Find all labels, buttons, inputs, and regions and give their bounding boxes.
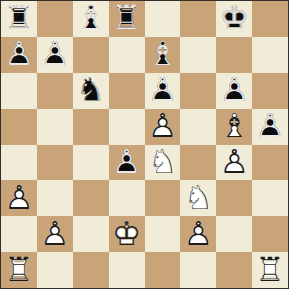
square-a2[interactable]: [1, 216, 37, 252]
pawn-glyph-outline: ♙: [145, 73, 181, 109]
square-g4[interactable]: ♟♙: [216, 145, 252, 181]
square-h3[interactable]: [252, 180, 288, 216]
bishop-glyph-outline: ♗: [145, 37, 181, 73]
white-rook-h1[interactable]: ♜♖: [252, 252, 288, 288]
square-e1[interactable]: [145, 252, 181, 288]
square-g5[interactable]: ♝♗: [216, 109, 252, 145]
square-a5[interactable]: [1, 109, 37, 145]
square-g8[interactable]: ♚♔: [216, 1, 252, 37]
square-g3[interactable]: [216, 180, 252, 216]
black-king-g8[interactable]: ♚♔: [216, 1, 252, 37]
square-b5[interactable]: [37, 109, 73, 145]
pawn-glyph-outline: ♙: [216, 73, 252, 109]
white-king-d2[interactable]: ♚♔: [109, 216, 145, 252]
square-g6[interactable]: ♟♙: [216, 73, 252, 109]
square-f7[interactable]: [180, 37, 216, 73]
pawn-glyph-outline: ♙: [37, 37, 73, 73]
black-knight-c6[interactable]: ♞♘: [73, 73, 109, 109]
square-e8[interactable]: [145, 1, 181, 37]
square-c2[interactable]: [73, 216, 109, 252]
rook-glyph-outline: ♖: [109, 1, 145, 37]
square-f1[interactable]: [180, 252, 216, 288]
square-b7[interactable]: ♟♙: [37, 37, 73, 73]
square-e6[interactable]: ♟♙: [145, 73, 181, 109]
white-bishop-g5[interactable]: ♝♗: [216, 109, 252, 145]
square-b2[interactable]: ♟♙: [37, 216, 73, 252]
square-a3[interactable]: ♟♙: [1, 180, 37, 216]
pawn-glyph-outline: ♙: [180, 216, 216, 252]
square-e3[interactable]: [145, 180, 181, 216]
square-g1[interactable]: [216, 252, 252, 288]
square-f4[interactable]: [180, 145, 216, 181]
black-pawn-d4[interactable]: ♟♙: [109, 145, 145, 181]
black-pawn-b7[interactable]: ♟♙: [37, 37, 73, 73]
square-c6[interactable]: ♞♘: [73, 73, 109, 109]
square-g7[interactable]: [216, 37, 252, 73]
black-rook-d8[interactable]: ♜♖: [109, 1, 145, 37]
square-f6[interactable]: [180, 73, 216, 109]
square-d2[interactable]: ♚♔: [109, 216, 145, 252]
rook-glyph-outline: ♖: [1, 252, 37, 288]
square-a6[interactable]: [1, 73, 37, 109]
square-f2[interactable]: ♟♙: [180, 216, 216, 252]
bishop-glyph-outline: ♗: [216, 109, 252, 145]
pawn-glyph-outline: ♙: [1, 37, 37, 73]
white-knight-e4[interactable]: ♞♘: [145, 145, 181, 181]
bishop-glyph-outline: ♗: [73, 1, 109, 37]
square-h7[interactable]: [252, 37, 288, 73]
chess-app: ♜♖♝♗♜♖♚♔♟♙♟♙♝♗♞♘♟♙♟♙♟♙♝♗♟♙♟♙♞♘♟♙♟♙♞♘♟♙♚♔…: [0, 0, 289, 289]
black-pawn-a7[interactable]: ♟♙: [1, 37, 37, 73]
square-h6[interactable]: [252, 73, 288, 109]
square-b4[interactable]: [37, 145, 73, 181]
square-c3[interactable]: [73, 180, 109, 216]
square-a1[interactable]: ♜♖: [1, 252, 37, 288]
black-pawn-e6[interactable]: ♟♙: [145, 73, 181, 109]
square-c8[interactable]: ♝♗: [73, 1, 109, 37]
white-pawn-f2[interactable]: ♟♙: [180, 216, 216, 252]
white-pawn-b2[interactable]: ♟♙: [37, 216, 73, 252]
square-d1[interactable]: [109, 252, 145, 288]
square-e2[interactable]: [145, 216, 181, 252]
black-bishop-e7[interactable]: ♝♗: [145, 37, 181, 73]
square-d6[interactable]: [109, 73, 145, 109]
white-pawn-g4[interactable]: ♟♙: [216, 145, 252, 181]
square-e4[interactable]: ♞♘: [145, 145, 181, 181]
square-d8[interactable]: ♜♖: [109, 1, 145, 37]
white-knight-f3[interactable]: ♞♘: [180, 180, 216, 216]
pawn-glyph-outline: ♙: [216, 145, 252, 181]
black-pawn-g6[interactable]: ♟♙: [216, 73, 252, 109]
rook-glyph-outline: ♖: [252, 252, 288, 288]
square-d3[interactable]: [109, 180, 145, 216]
chess-board: ♜♖♝♗♜♖♚♔♟♙♟♙♝♗♞♘♟♙♟♙♟♙♝♗♟♙♟♙♞♘♟♙♟♙♞♘♟♙♚♔…: [0, 0, 289, 289]
square-f8[interactable]: [180, 1, 216, 37]
square-d7[interactable]: [109, 37, 145, 73]
pawn-glyph-outline: ♙: [109, 145, 145, 181]
pawn-glyph-outline: ♙: [1, 180, 37, 216]
square-a7[interactable]: ♟♙: [1, 37, 37, 73]
knight-glyph-outline: ♘: [145, 145, 181, 181]
square-h8[interactable]: [252, 1, 288, 37]
black-pawn-h5[interactable]: ♟♙: [252, 109, 288, 145]
rook-glyph-outline: ♖: [1, 1, 37, 37]
square-h5[interactable]: ♟♙: [252, 109, 288, 145]
square-g2[interactable]: [216, 216, 252, 252]
square-f5[interactable]: [180, 109, 216, 145]
square-h4[interactable]: [252, 145, 288, 181]
pawn-glyph-outline: ♙: [252, 109, 288, 145]
white-pawn-e5[interactable]: ♟♙: [145, 109, 181, 145]
square-c1[interactable]: [73, 252, 109, 288]
square-c4[interactable]: [73, 145, 109, 181]
square-b3[interactable]: [37, 180, 73, 216]
square-e5[interactable]: ♟♙: [145, 109, 181, 145]
square-c7[interactable]: [73, 37, 109, 73]
pawn-glyph-outline: ♙: [37, 216, 73, 252]
square-a4[interactable]: [1, 145, 37, 181]
square-b1[interactable]: [37, 252, 73, 288]
white-pawn-a3[interactable]: ♟♙: [1, 180, 37, 216]
square-b6[interactable]: [37, 73, 73, 109]
square-c5[interactable]: [73, 109, 109, 145]
king-glyph-outline: ♔: [109, 216, 145, 252]
square-e7[interactable]: ♝♗: [145, 37, 181, 73]
knight-glyph-outline: ♘: [73, 73, 109, 109]
pawn-glyph-outline: ♙: [145, 109, 181, 145]
king-glyph-outline: ♔: [216, 1, 252, 37]
square-d4[interactable]: ♟♙: [109, 145, 145, 181]
square-h1[interactable]: ♜♖: [252, 252, 288, 288]
black-rook-a8[interactable]: ♜♖: [1, 1, 37, 37]
square-d5[interactable]: [109, 109, 145, 145]
knight-glyph-outline: ♘: [180, 180, 216, 216]
black-bishop-c8[interactable]: ♝♗: [73, 1, 109, 37]
square-f3[interactable]: ♞♘: [180, 180, 216, 216]
square-a8[interactable]: ♜♖: [1, 1, 37, 37]
white-rook-a1[interactable]: ♜♖: [1, 252, 37, 288]
square-h2[interactable]: [252, 216, 288, 252]
square-b8[interactable]: [37, 1, 73, 37]
